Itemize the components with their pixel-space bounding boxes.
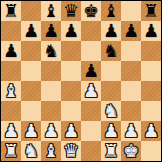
- piece-black-rook-h8[interactable]: ♜: [143, 1, 159, 21]
- square-e6[interactable]: [81, 41, 101, 61]
- square-h2[interactable]: ♟: [141, 121, 161, 141]
- square-h7[interactable]: ♟: [141, 21, 161, 41]
- piece-white-king-g1[interactable]: ♚: [123, 141, 139, 161]
- square-e8[interactable]: ♚: [81, 1, 101, 21]
- square-c6[interactable]: ♞: [41, 41, 61, 61]
- chess-board: ♜♝♛♚♝♜♟♟♟♟♟♟♟♞♞♟♝♟♞♟♟♟♟♟♟♟♜♞♝♛♜♚: [0, 0, 162, 162]
- square-h6[interactable]: [141, 41, 161, 61]
- square-c5[interactable]: [41, 61, 61, 81]
- square-g6[interactable]: [121, 41, 141, 61]
- piece-white-rook-f1[interactable]: ♜: [103, 141, 119, 161]
- square-g3[interactable]: [121, 101, 141, 121]
- piece-white-bishop-a4[interactable]: ♝: [3, 81, 19, 101]
- square-d2[interactable]: ♟: [61, 121, 81, 141]
- square-b7[interactable]: ♟: [21, 21, 41, 41]
- square-g2[interactable]: ♟: [121, 121, 141, 141]
- square-f6[interactable]: ♞: [101, 41, 121, 61]
- piece-black-bishop-c8[interactable]: ♝: [43, 1, 59, 21]
- piece-white-rook-a1[interactable]: ♜: [3, 141, 19, 161]
- square-a6[interactable]: ♟: [1, 41, 21, 61]
- square-f3[interactable]: ♞: [101, 101, 121, 121]
- square-f1[interactable]: ♜: [101, 141, 121, 161]
- square-d3[interactable]: [61, 101, 81, 121]
- piece-white-knight-f3[interactable]: ♞: [103, 101, 119, 121]
- piece-white-pawn-e4[interactable]: ♟: [83, 81, 99, 101]
- square-c3[interactable]: [41, 101, 61, 121]
- square-g7[interactable]: ♟: [121, 21, 141, 41]
- piece-black-pawn-a6[interactable]: ♟: [3, 41, 19, 61]
- square-a2[interactable]: ♟: [1, 121, 21, 141]
- square-d6[interactable]: [61, 41, 81, 61]
- piece-white-pawn-a2[interactable]: ♟: [3, 121, 19, 141]
- piece-black-queen-d8[interactable]: ♛: [63, 1, 79, 21]
- piece-black-pawn-g7[interactable]: ♟: [123, 21, 139, 41]
- piece-black-pawn-d7[interactable]: ♟: [63, 21, 79, 41]
- piece-black-pawn-f7[interactable]: ♟: [103, 21, 119, 41]
- square-d1[interactable]: ♛: [61, 141, 81, 161]
- piece-black-pawn-b7[interactable]: ♟: [23, 21, 39, 41]
- square-e5[interactable]: ♟: [81, 61, 101, 81]
- square-d4[interactable]: [61, 81, 81, 101]
- square-h1[interactable]: [141, 141, 161, 161]
- square-b2[interactable]: ♟: [21, 121, 41, 141]
- piece-black-pawn-c7[interactable]: ♟: [43, 21, 59, 41]
- square-d7[interactable]: ♟: [61, 21, 81, 41]
- piece-black-knight-c6[interactable]: ♞: [43, 41, 59, 61]
- square-c8[interactable]: ♝: [41, 1, 61, 21]
- square-g1[interactable]: ♚: [121, 141, 141, 161]
- piece-white-pawn-b2[interactable]: ♟: [23, 121, 39, 141]
- piece-black-bishop-f8[interactable]: ♝: [103, 1, 119, 21]
- square-g4[interactable]: [121, 81, 141, 101]
- piece-white-pawn-h2[interactable]: ♟: [143, 121, 159, 141]
- square-h8[interactable]: ♜: [141, 1, 161, 21]
- square-c4[interactable]: [41, 81, 61, 101]
- square-e3[interactable]: [81, 101, 101, 121]
- square-c1[interactable]: ♝: [41, 141, 61, 161]
- piece-white-bishop-c1[interactable]: ♝: [43, 141, 59, 161]
- square-a5[interactable]: [1, 61, 21, 81]
- square-f4[interactable]: [101, 81, 121, 101]
- piece-black-knight-f6[interactable]: ♞: [103, 41, 119, 61]
- piece-white-pawn-d2[interactable]: ♟: [63, 121, 79, 141]
- piece-white-pawn-c2[interactable]: ♟: [43, 121, 59, 141]
- square-b8[interactable]: [21, 1, 41, 21]
- square-d5[interactable]: [61, 61, 81, 81]
- square-b6[interactable]: [21, 41, 41, 61]
- square-e7[interactable]: [81, 21, 101, 41]
- piece-black-king-e8[interactable]: ♚: [83, 1, 99, 21]
- square-a7[interactable]: [1, 21, 21, 41]
- square-h3[interactable]: [141, 101, 161, 121]
- square-h5[interactable]: [141, 61, 161, 81]
- square-f8[interactable]: ♝: [101, 1, 121, 21]
- square-f7[interactable]: ♟: [101, 21, 121, 41]
- piece-black-pawn-e5[interactable]: ♟: [83, 61, 99, 81]
- square-b3[interactable]: [21, 101, 41, 121]
- piece-white-knight-b1[interactable]: ♞: [23, 141, 39, 161]
- piece-white-pawn-f2[interactable]: ♟: [103, 121, 119, 141]
- square-c2[interactable]: ♟: [41, 121, 61, 141]
- square-g5[interactable]: [121, 61, 141, 81]
- square-d8[interactable]: ♛: [61, 1, 81, 21]
- square-f5[interactable]: [101, 61, 121, 81]
- piece-black-pawn-h7[interactable]: ♟: [143, 21, 159, 41]
- square-e1[interactable]: [81, 141, 101, 161]
- square-e2[interactable]: [81, 121, 101, 141]
- square-f2[interactable]: ♟: [101, 121, 121, 141]
- square-a4[interactable]: ♝: [1, 81, 21, 101]
- piece-white-pawn-g2[interactable]: ♟: [123, 121, 139, 141]
- square-b5[interactable]: [21, 61, 41, 81]
- square-a3[interactable]: [1, 101, 21, 121]
- piece-white-queen-d1[interactable]: ♛: [63, 141, 79, 161]
- square-c7[interactable]: ♟: [41, 21, 61, 41]
- square-a8[interactable]: ♜: [1, 1, 21, 21]
- square-a1[interactable]: ♜: [1, 141, 21, 161]
- square-e4[interactable]: ♟: [81, 81, 101, 101]
- piece-black-rook-a8[interactable]: ♜: [3, 1, 19, 21]
- square-g8[interactable]: [121, 1, 141, 21]
- square-h4[interactable]: [141, 81, 161, 101]
- square-b4[interactable]: [21, 81, 41, 101]
- square-b1[interactable]: ♞: [21, 141, 41, 161]
